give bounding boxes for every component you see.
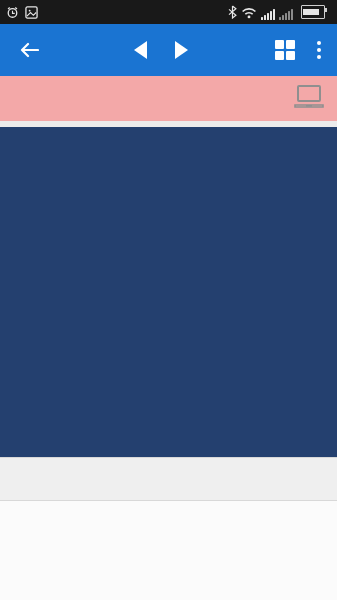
- app-screen: [0, 0, 337, 600]
- overflow-menu-button[interactable]: [313, 37, 325, 63]
- signal-2g-icon: [261, 4, 275, 20]
- image-icon: [25, 6, 38, 19]
- puzzle-status-row: [0, 457, 337, 501]
- signal-2g-secondary-icon: [279, 4, 293, 20]
- bluetooth-icon: [228, 5, 237, 19]
- chess-board: [0, 127, 337, 457]
- engine-laptop-icon[interactable]: [293, 84, 325, 110]
- file-coordinates-top: [0, 127, 337, 138]
- turn-banner: [0, 76, 337, 121]
- battery-icon: [301, 5, 325, 19]
- next-puzzle-button[interactable]: [175, 41, 188, 59]
- notation-panel: [0, 501, 337, 600]
- back-button[interactable]: [12, 33, 46, 67]
- prev-puzzle-button[interactable]: [134, 41, 147, 59]
- toolbar: [0, 24, 337, 76]
- alarm-icon: [6, 6, 19, 19]
- android-status-bar: [0, 0, 337, 24]
- board-grid: [11, 139, 326, 445]
- wifi-icon: [241, 6, 257, 19]
- puzzle-list-button[interactable]: [275, 40, 295, 60]
- back-arrow-icon: [19, 42, 39, 58]
